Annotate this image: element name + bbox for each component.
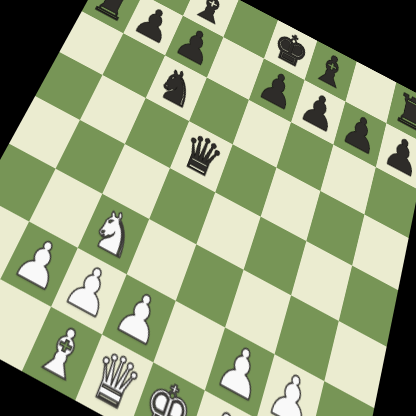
board-viewport: ♝♚♝♜♜♟♟♟♟♟♟♞♛♞♟♟♟♟♟♜♝♛♚♝♜ [0,0,416,416]
chess-board[interactable]: ♝♚♝♜♜♟♟♟♟♟♟♞♛♞♟♟♟♟♟♜♝♛♚♝♜ [0,0,416,416]
